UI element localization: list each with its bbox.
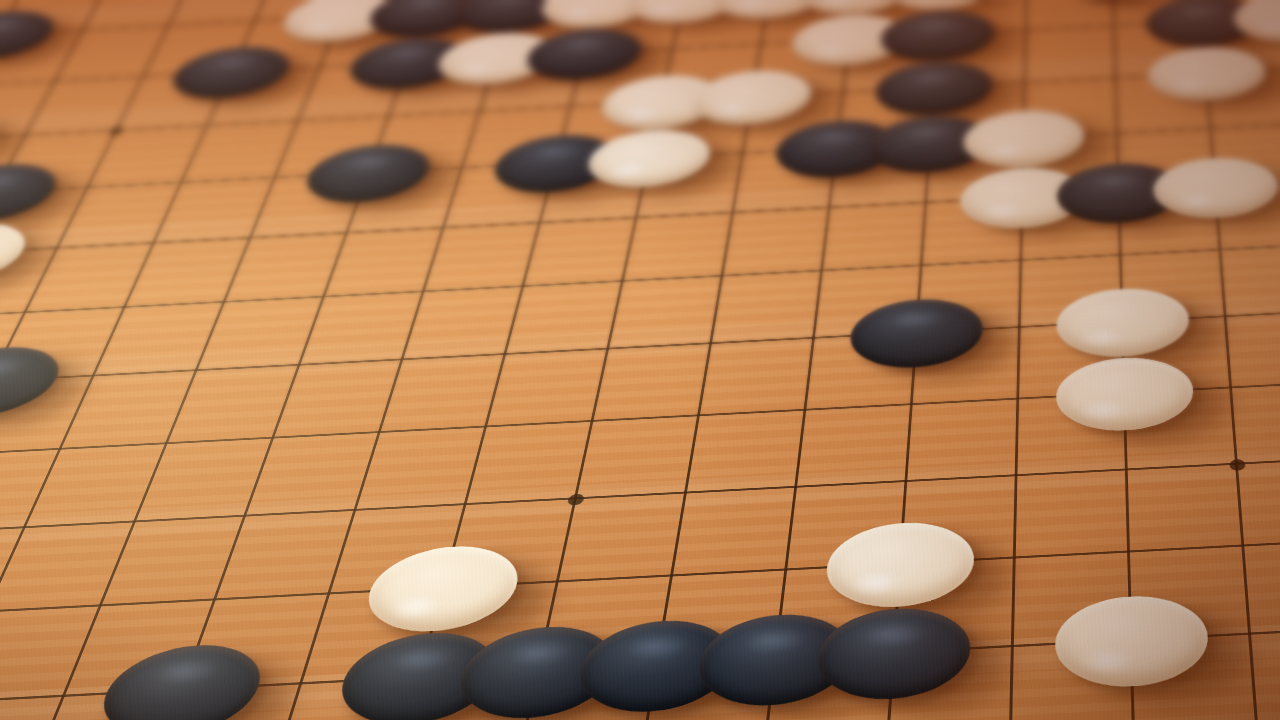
- black-stone[interactable]: [297, 142, 438, 205]
- black-stone[interactable]: [521, 26, 648, 82]
- board-point: [962, 108, 1084, 170]
- star-point: [566, 493, 584, 505]
- star-point: [1229, 459, 1245, 471]
- white-stone[interactable]: [962, 108, 1084, 170]
- board-stage: [0, 0, 1280, 720]
- black-stone[interactable]: [873, 59, 993, 118]
- black-stone[interactable]: [847, 296, 984, 371]
- board-point: [582, 127, 714, 190]
- white-stone[interactable]: [1056, 285, 1190, 359]
- white-stone[interactable]: [689, 68, 815, 127]
- board-point: [1055, 592, 1210, 689]
- board-point: [297, 142, 438, 205]
- black-stone[interactable]: [0, 161, 69, 225]
- board-point: [1056, 285, 1190, 359]
- board-point: [0, 344, 73, 420]
- board-point: [521, 26, 648, 82]
- black-stone[interactable]: [88, 641, 273, 720]
- board-point: [1147, 44, 1268, 102]
- black-stone[interactable]: [813, 605, 972, 703]
- board-point: [847, 296, 984, 371]
- board-point: [0, 8, 66, 62]
- board-point: [1152, 155, 1280, 221]
- board-point: [357, 543, 526, 635]
- go-board[interactable]: [0, 0, 1280, 720]
- board-point: [873, 59, 993, 118]
- board-point: [1232, 0, 1280, 45]
- black-stone[interactable]: [879, 8, 996, 64]
- star-point: [108, 127, 125, 136]
- board-point: [162, 44, 298, 101]
- board-point: [689, 68, 815, 127]
- go-board-photo: [0, 0, 1280, 720]
- board-point: [823, 519, 976, 610]
- white-stone[interactable]: [1147, 44, 1268, 102]
- white-stone[interactable]: [357, 543, 526, 635]
- board-point: [813, 605, 972, 703]
- black-stone[interactable]: [0, 8, 66, 62]
- black-stone[interactable]: [162, 44, 298, 101]
- board-point: [879, 8, 996, 64]
- white-stone[interactable]: [1152, 155, 1280, 221]
- board-point: [1056, 354, 1195, 433]
- board-point: [0, 220, 38, 288]
- black-stone[interactable]: [0, 344, 73, 420]
- white-stone[interactable]: [0, 220, 38, 288]
- white-stone[interactable]: [1055, 592, 1210, 689]
- black-stone[interactable]: [0, 110, 8, 170]
- white-stone[interactable]: [823, 519, 976, 610]
- white-stone[interactable]: [1056, 354, 1195, 433]
- white-stone[interactable]: [582, 127, 714, 190]
- board-point: [88, 641, 273, 720]
- board-point: [0, 161, 69, 225]
- board-point: [0, 110, 8, 170]
- white-stone[interactable]: [1232, 0, 1280, 45]
